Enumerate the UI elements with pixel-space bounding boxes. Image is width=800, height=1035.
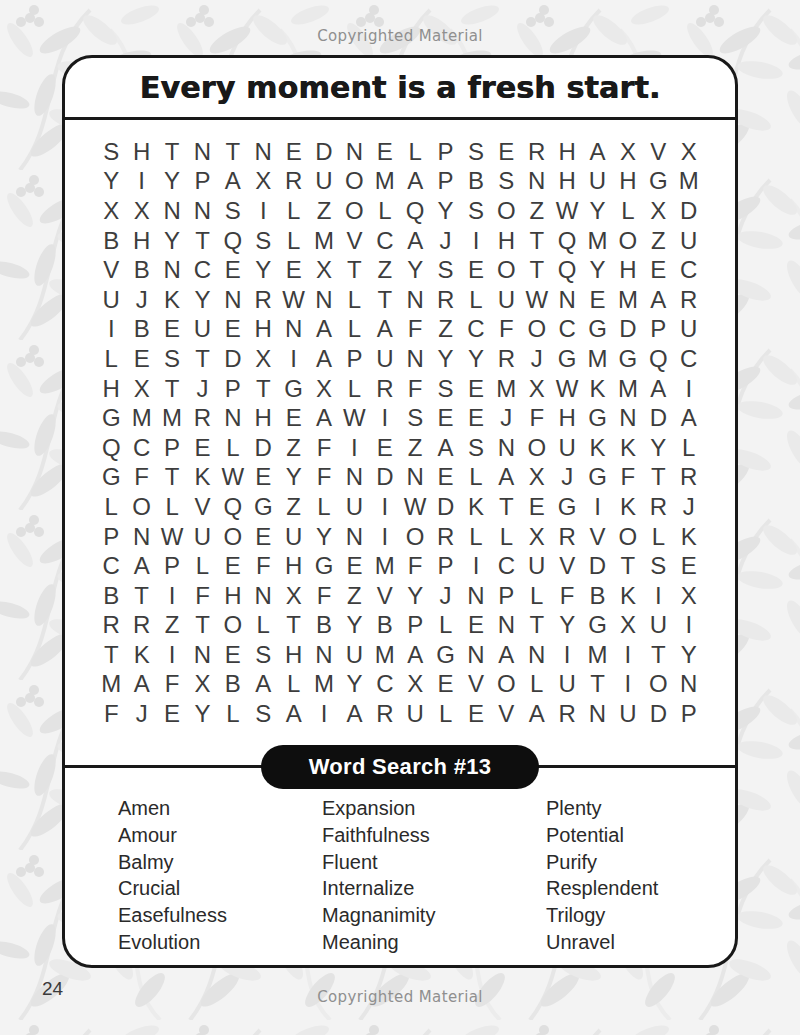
grid-cell: A [491,640,521,670]
grid-cell: D [430,492,460,522]
grid-cell: O [218,611,248,641]
grid-cell: I [613,670,643,700]
grid-cell: N [218,285,248,315]
grid-cell: T [187,611,217,641]
word-item: Meaning [322,929,546,956]
grid-cell: O [522,315,552,345]
grid-cell: R [96,611,126,641]
word-column: PlentyPotentialPurifyResplendentTrilogyU… [546,795,658,956]
grid-cell: L [400,137,430,167]
grid-cell: B [309,611,339,641]
grid-cell: W [400,492,430,522]
grid-cell: L [157,492,187,522]
grid-cell: Y [674,640,704,670]
grid-cell: X [126,374,156,404]
grid-cell: S [491,167,521,197]
grid-cell: T [157,137,187,167]
grid-cell: L [613,196,643,226]
grid-cell: K [613,492,643,522]
grid-cell: S [248,226,278,256]
grid-cell: Y [187,285,217,315]
word-item: Resplendent [546,875,658,902]
grid-cell: T [582,670,612,700]
grid-cell: D [674,196,704,226]
grid-cell: A [126,670,156,700]
grid-cell: T [522,255,552,285]
grid-cell: Y [187,699,217,729]
puzzle-card: Every moment is a fresh start. SHTNTNEDN… [62,55,738,968]
grid-cell: L [430,611,460,641]
grid-cell: O [491,670,521,700]
grid-cell: I [674,374,704,404]
grid-cell: L [461,463,491,493]
grid-cell: E [430,463,460,493]
grid-cell: O [126,492,156,522]
grid-cell: Y [248,255,278,285]
grid-cell: G [430,640,460,670]
word-item: Fluent [322,849,546,876]
grid-cell: H [248,315,278,345]
title-section: Every moment is a fresh start. [65,58,735,120]
grid-cell: H [613,255,643,285]
grid-cell: S [643,551,673,581]
grid-cell: F [248,551,278,581]
grid-cell: T [522,226,552,256]
grid-cell: M [157,403,187,433]
grid-cell: O [491,255,521,285]
grid-cell: P [674,699,704,729]
grid-cell: N [400,463,430,493]
grid-cell: M [96,670,126,700]
grid-cell: R [522,137,552,167]
grid-cell: E [126,344,156,374]
grid-cell: N [552,285,582,315]
grid-cell: Z [278,492,308,522]
grid-cell: C [552,315,582,345]
grid-cell: S [157,344,187,374]
grid-cell: I [643,581,673,611]
grid-cell: N [400,285,430,315]
grid-cell: J [126,285,156,315]
grid-cell: F [126,463,156,493]
grid-cell: J [430,226,460,256]
grid-cell: O [522,433,552,463]
word-item: Magnanimity [322,902,546,929]
grid-cell: I [96,315,126,345]
grid-cell: M [126,403,156,433]
grid-cell: Y [96,167,126,197]
word-item: Plenty [546,795,658,822]
grid-cell: U [370,344,400,374]
grid-cell: I [278,344,308,374]
grid-cell: E [157,699,187,729]
grid-cell: V [339,226,369,256]
grid-cell: Y [278,463,308,493]
grid-cell: T [248,374,278,404]
grid-cell: G [552,492,582,522]
grid-cell: Y [430,196,460,226]
grid-cell: U [674,226,704,256]
grid-cell: A [218,167,248,197]
grid-cell: U [674,315,704,345]
grid-cell: F [522,403,552,433]
grid-cell: C [370,670,400,700]
grid-cell: I [339,433,369,463]
grid-cell: F [157,670,187,700]
grid-cell: L [278,226,308,256]
word-column: AmenAmourBalmyCrucialEasefulnessEvolutio… [118,795,322,956]
grid-cell: A [309,403,339,433]
grid-cell: L [491,522,521,552]
grid-cell: P [187,167,217,197]
grid-cell: M [309,226,339,256]
grid-cell: S [461,137,491,167]
grid-cell: Z [400,433,430,463]
word-item: Easefulness [118,902,322,929]
grid-cell: E [491,137,521,167]
grid-cell: O [218,522,248,552]
grid-cell: Y [552,611,582,641]
grid-cell: H [248,403,278,433]
word-item: Amour [118,822,322,849]
grid-cell: V [96,255,126,285]
grid-cell: U [552,433,582,463]
grid-cell: A [400,640,430,670]
grid-cell: K [613,581,643,611]
grid-cell: C [370,226,400,256]
grid-cell: O [339,196,369,226]
grid-cell: J [187,374,217,404]
grid-cell: T [522,611,552,641]
grid-cell: M [370,640,400,670]
grid-cell: P [430,137,460,167]
grid-cell: X [248,344,278,374]
grid-cell: B [126,255,156,285]
grid-cell: Q [552,226,582,256]
grid-cell: I [309,699,339,729]
grid-cell: R [187,403,217,433]
grid-cell: R [248,285,278,315]
grid-cell: N [187,137,217,167]
grid-cell: B [370,611,400,641]
grid-cell: E [278,137,308,167]
grid-cell: Y [582,255,612,285]
grid-cell: E [248,463,278,493]
grid-cell: T [187,344,217,374]
grid-cell: I [126,167,156,197]
grid-cell: D [218,344,248,374]
grid-cell: W [339,403,369,433]
word-item: Unravel [546,929,658,956]
grid-cell: B [461,167,491,197]
grid-cell: C [461,315,491,345]
grid-cell: A [309,315,339,345]
grid-cell: K [157,285,187,315]
grid-cell: Z [430,315,460,345]
grid-cell: L [461,285,491,315]
grid-cell: K [187,463,217,493]
grid-cell: C [491,551,521,581]
grid-cell: W [157,522,187,552]
grid-cell: F [400,374,430,404]
puzzle-title: Every moment is a fresh start. [140,70,661,105]
grid-cell: N [187,640,217,670]
grid-cell: V [582,522,612,552]
grid-cell: F [309,463,339,493]
grid-cell: H [552,137,582,167]
grid-cell: N [461,581,491,611]
grid-cell: X [613,611,643,641]
grid-cell: L [187,551,217,581]
grid-cell: A [522,699,552,729]
grid-cell: L [248,611,278,641]
grid-cell: J [552,463,582,493]
grid-cell: M [582,226,612,256]
puzzle-number-label: Word Search #13 [309,754,492,780]
grid-cell: N [400,344,430,374]
grid-cell: Y [582,196,612,226]
grid-cell: T [643,640,673,670]
word-item: Potential [546,822,658,849]
grid-cell: E [522,492,552,522]
grid-cell: X [674,137,704,167]
grid-cell: P [400,611,430,641]
word-list: AmenAmourBalmyCrucialEasefulnessEvolutio… [65,768,735,956]
grid-cell: V [491,699,521,729]
grid-cell: P [643,315,673,345]
grid-cell: H [491,226,521,256]
word-item: Faithfulness [322,822,546,849]
grid-cell: I [613,640,643,670]
grid-cell: F [491,315,521,345]
grid-cell: C [187,255,217,285]
grid-cell: E [370,433,400,463]
grid-cell: R [126,611,156,641]
grid-cell: F [400,315,430,345]
grid-cell: G [582,403,612,433]
grid-cell: N [126,522,156,552]
grid-cell: L [218,433,248,463]
word-item: Amen [118,795,322,822]
grid-cell: T [157,374,187,404]
grid-cell: L [461,522,491,552]
grid-cell: A [582,137,612,167]
grid-cell: E [218,255,248,285]
words-section: Word Search #13 AmenAmourBalmyCrucialEas… [65,765,735,965]
grid-cell: Y [643,433,673,463]
grid-cell: Y [309,522,339,552]
grid-cell: A [400,167,430,197]
grid-cell: O [613,226,643,256]
grid-cell: U [491,285,521,315]
grid-cell: Z [522,196,552,226]
grid-cell: E [461,374,491,404]
grid-cell: U [309,167,339,197]
grid-cell: A [126,551,156,581]
grid-cell: Y [461,344,491,374]
grid-cell: J [126,699,156,729]
grid-cell: G [96,403,126,433]
grid-cell: A [370,315,400,345]
grid-cell: Y [400,581,430,611]
grid-cell: T [157,463,187,493]
grid-cell: E [248,522,278,552]
grid-cell: V [552,551,582,581]
grid-cell: M [370,167,400,197]
grid-cell: T [278,611,308,641]
grid-cell: K [461,492,491,522]
grid-cell: D [643,403,673,433]
grid-cell: R [674,285,704,315]
grid-cell: G [582,611,612,641]
grid-cell: D [370,463,400,493]
grid-cell: E [187,433,217,463]
grid-cell: I [370,403,400,433]
grid-cell: P [157,433,187,463]
grid-cell: V [461,670,491,700]
puzzle-number-badge: Word Search #13 [261,745,539,789]
grid-cell: Y [157,167,187,197]
grid-cell: G [278,374,308,404]
grid-cell: M [613,285,643,315]
grid-cell: X [522,522,552,552]
grid-cell: N [278,315,308,345]
grid-cell: F [309,581,339,611]
grid-cell: G [309,551,339,581]
grid-cell: U [522,551,552,581]
grid-cell: G [582,463,612,493]
grid-cell: N [339,137,369,167]
grid-cell: L [339,315,369,345]
grid-cell: R [491,344,521,374]
grid-cell: R [370,699,400,729]
grid-cell: C [674,255,704,285]
grid-cell: G [248,492,278,522]
grid-cell: Q [96,433,126,463]
letter-grid: SHTNTNEDNELPSERHAXVXYIYPAXRUOMAPBSNHUHGM… [96,137,704,765]
grid-cell: N [522,167,552,197]
grid-cell: P [96,522,126,552]
grid-cell: E [430,670,460,700]
grid-cell: H [96,374,126,404]
grid-cell: W [218,463,248,493]
grid-cell: E [157,315,187,345]
grid-cell: T [613,551,643,581]
grid-cell: P [430,551,460,581]
grid-cell: L [430,699,460,729]
grid-cell: H [126,137,156,167]
grid-cell: E [278,403,308,433]
grid-cell: I [248,196,278,226]
grid-cell: I [370,492,400,522]
copyright-notice-bottom: Copyrighted Material [0,988,800,1006]
grid-cell: J [522,344,552,374]
grid-cell: I [461,551,491,581]
grid-cell: H [218,581,248,611]
grid-cell: G [582,315,612,345]
grid-cell: X [674,581,704,611]
grid-cell: A [643,285,673,315]
grid-cell: Q [218,226,248,256]
grid-cell: Y [339,670,369,700]
grid-cell: B [582,581,612,611]
grid-cell: X [309,255,339,285]
grid-cell: V [370,581,400,611]
grid-cell: Z [278,433,308,463]
grid-cell: T [187,226,217,256]
grid-cell: E [218,551,248,581]
grid-cell: N [582,699,612,729]
grid-cell: U [613,699,643,729]
grid-cell: H [126,226,156,256]
grid-cell: H [613,167,643,197]
grid-cell: N [674,670,704,700]
grid-cell: A [339,699,369,729]
grid-cell: M [370,551,400,581]
grid-cell: T [218,137,248,167]
grid-cell: I [157,581,187,611]
grid-cell: J [430,581,460,611]
grid-cell: S [430,255,460,285]
grid-cell: U [187,522,217,552]
grid-cell: L [278,196,308,226]
grid-cell: Z [643,226,673,256]
grid-cell: O [400,522,430,552]
grid-cell: X [309,374,339,404]
grid-cell: P [157,551,187,581]
grid-cell: M [582,344,612,374]
grid-cell: N [522,640,552,670]
grid-cell: S [248,699,278,729]
grid-cell: T [96,640,126,670]
grid-cell: S [400,403,430,433]
grid-cell: Y [157,226,187,256]
grid-cell: A [278,699,308,729]
grid-cell: E [461,699,491,729]
grid-cell: V [643,137,673,167]
grid-cell: E [218,315,248,345]
grid-cell: L [339,285,369,315]
grid-cell: R [278,167,308,197]
grid-cell: L [309,492,339,522]
grid-cell: Z [157,611,187,641]
grid-cell: B [96,226,126,256]
grid-cell: K [613,433,643,463]
grid-cell: D [613,315,643,345]
grid-cell: F [96,699,126,729]
grid-cell: V [187,492,217,522]
grid-cell: K [126,640,156,670]
grid-cell: P [339,344,369,374]
grid-cell: K [674,522,704,552]
grid-cell: X [613,137,643,167]
grid-cell: N [187,196,217,226]
grid-cell: Y [430,344,460,374]
grid-cell: N [248,581,278,611]
grid-cell: I [370,522,400,552]
grid-cell: I [157,640,187,670]
grid-cell: Q [400,196,430,226]
grid-cell: T [339,255,369,285]
grid-cell: U [552,670,582,700]
grid-cell: X [522,374,552,404]
grid-cell: K [582,374,612,404]
grid-cell: E [674,551,704,581]
grid-cell: S [430,374,460,404]
grid-cell: F [400,551,430,581]
grid-cell: C [96,551,126,581]
grid-cell: Y [400,255,430,285]
